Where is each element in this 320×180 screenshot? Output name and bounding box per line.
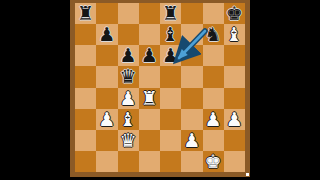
piece-black-pawn-d6[interactable]: ♟ xyxy=(139,45,160,66)
square-g4[interactable] xyxy=(203,88,224,109)
square-g3[interactable]: ♟ xyxy=(203,109,224,130)
square-h2[interactable] xyxy=(224,130,245,151)
piece-white-pawn-g3[interactable]: ♟ xyxy=(203,109,224,130)
square-c2[interactable]: ♛ xyxy=(118,130,139,151)
square-e3[interactable] xyxy=(160,109,181,130)
square-b2[interactable] xyxy=(96,130,117,151)
square-b8[interactable] xyxy=(96,3,117,24)
square-h1[interactable] xyxy=(224,151,245,172)
piece-black-rook-e8[interactable]: ♜ xyxy=(160,3,181,24)
square-c3[interactable]: ♝ xyxy=(118,109,139,130)
square-f3[interactable] xyxy=(181,109,202,130)
square-c8[interactable] xyxy=(118,3,139,24)
square-b5[interactable] xyxy=(96,66,117,87)
square-c7[interactable] xyxy=(118,24,139,45)
square-e4[interactable] xyxy=(160,88,181,109)
square-h4[interactable] xyxy=(224,88,245,109)
square-b6[interactable] xyxy=(96,45,117,66)
square-g2[interactable] xyxy=(203,130,224,151)
square-a4[interactable] xyxy=(75,88,96,109)
square-a7[interactable] xyxy=(75,24,96,45)
piece-black-pawn-c6[interactable]: ♟ xyxy=(118,45,139,66)
square-g7[interactable]: ♞ xyxy=(203,24,224,45)
square-a1[interactable] xyxy=(75,151,96,172)
square-d7[interactable] xyxy=(139,24,160,45)
piece-white-pawn-c4[interactable]: ♟ xyxy=(118,88,139,109)
square-d3[interactable] xyxy=(139,109,160,130)
square-a2[interactable] xyxy=(75,130,96,151)
square-e2[interactable] xyxy=(160,130,181,151)
square-h7[interactable]: ♝ xyxy=(224,24,245,45)
piece-white-pawn-b3[interactable]: ♟ xyxy=(96,109,117,130)
square-g5[interactable] xyxy=(203,66,224,87)
square-e8[interactable]: ♜ xyxy=(160,3,181,24)
square-e5[interactable] xyxy=(160,66,181,87)
square-h8[interactable]: ♚ xyxy=(224,3,245,24)
piece-white-king-g1[interactable]: ♚ xyxy=(203,151,224,172)
square-d1[interactable] xyxy=(139,151,160,172)
chess-board: ♜♜♚♟♝♞♝♟♟♟♛♟♜♟♝♟♟♛♟♚ xyxy=(70,0,250,177)
square-c1[interactable] xyxy=(118,151,139,172)
square-a8[interactable]: ♜ xyxy=(75,3,96,24)
square-b1[interactable] xyxy=(96,151,117,172)
piece-white-bishop-c3[interactable]: ♝ xyxy=(118,109,139,130)
square-e6[interactable]: ♟ xyxy=(160,45,181,66)
square-e7[interactable]: ♝ xyxy=(160,24,181,45)
piece-white-pawn-h3[interactable]: ♟ xyxy=(224,109,245,130)
square-f8[interactable] xyxy=(181,3,202,24)
square-d6[interactable]: ♟ xyxy=(139,45,160,66)
piece-white-bishop-h7[interactable]: ♝ xyxy=(224,24,245,45)
square-h3[interactable]: ♟ xyxy=(224,109,245,130)
square-f7[interactable] xyxy=(181,24,202,45)
square-c5[interactable]: ♛ xyxy=(118,66,139,87)
square-f1[interactable] xyxy=(181,151,202,172)
square-a3[interactable] xyxy=(75,109,96,130)
square-d8[interactable] xyxy=(139,3,160,24)
square-a5[interactable] xyxy=(75,66,96,87)
corner-dot xyxy=(246,173,249,176)
piece-black-rook-a8[interactable]: ♜ xyxy=(75,3,96,24)
piece-black-knight-g7[interactable]: ♞ xyxy=(203,24,224,45)
piece-white-pawn-f2[interactable]: ♟ xyxy=(181,130,202,151)
square-g8[interactable] xyxy=(203,3,224,24)
square-c4[interactable]: ♟ xyxy=(118,88,139,109)
square-f2[interactable]: ♟ xyxy=(181,130,202,151)
square-d5[interactable] xyxy=(139,66,160,87)
piece-black-pawn-b7[interactable]: ♟ xyxy=(96,24,117,45)
square-g1[interactable]: ♚ xyxy=(203,151,224,172)
piece-white-queen-c2[interactable]: ♛ xyxy=(118,130,139,151)
square-d4[interactable]: ♜ xyxy=(139,88,160,109)
piece-black-bishop-e7[interactable]: ♝ xyxy=(160,24,181,45)
piece-black-king-h8[interactable]: ♚ xyxy=(224,3,245,24)
video-frame: ♜♜♚♟♝♞♝♟♟♟♛♟♜♟♝♟♟♛♟♚ xyxy=(0,0,320,180)
square-f5[interactable] xyxy=(181,66,202,87)
chess-board-grid: ♜♜♚♟♝♞♝♟♟♟♛♟♜♟♝♟♟♛♟♚ xyxy=(75,3,245,172)
piece-black-pawn-e6[interactable]: ♟ xyxy=(160,45,181,66)
square-f4[interactable] xyxy=(181,88,202,109)
square-h5[interactable] xyxy=(224,66,245,87)
square-h6[interactable] xyxy=(224,45,245,66)
square-e1[interactable] xyxy=(160,151,181,172)
piece-white-rook-d4[interactable]: ♜ xyxy=(139,88,160,109)
piece-black-queen-c5[interactable]: ♛ xyxy=(118,66,139,87)
square-b3[interactable]: ♟ xyxy=(96,109,117,130)
square-a6[interactable] xyxy=(75,45,96,66)
square-f6[interactable] xyxy=(181,45,202,66)
square-b4[interactable] xyxy=(96,88,117,109)
square-c6[interactable]: ♟ xyxy=(118,45,139,66)
square-d2[interactable] xyxy=(139,130,160,151)
square-b7[interactable]: ♟ xyxy=(96,24,117,45)
square-g6[interactable] xyxy=(203,45,224,66)
